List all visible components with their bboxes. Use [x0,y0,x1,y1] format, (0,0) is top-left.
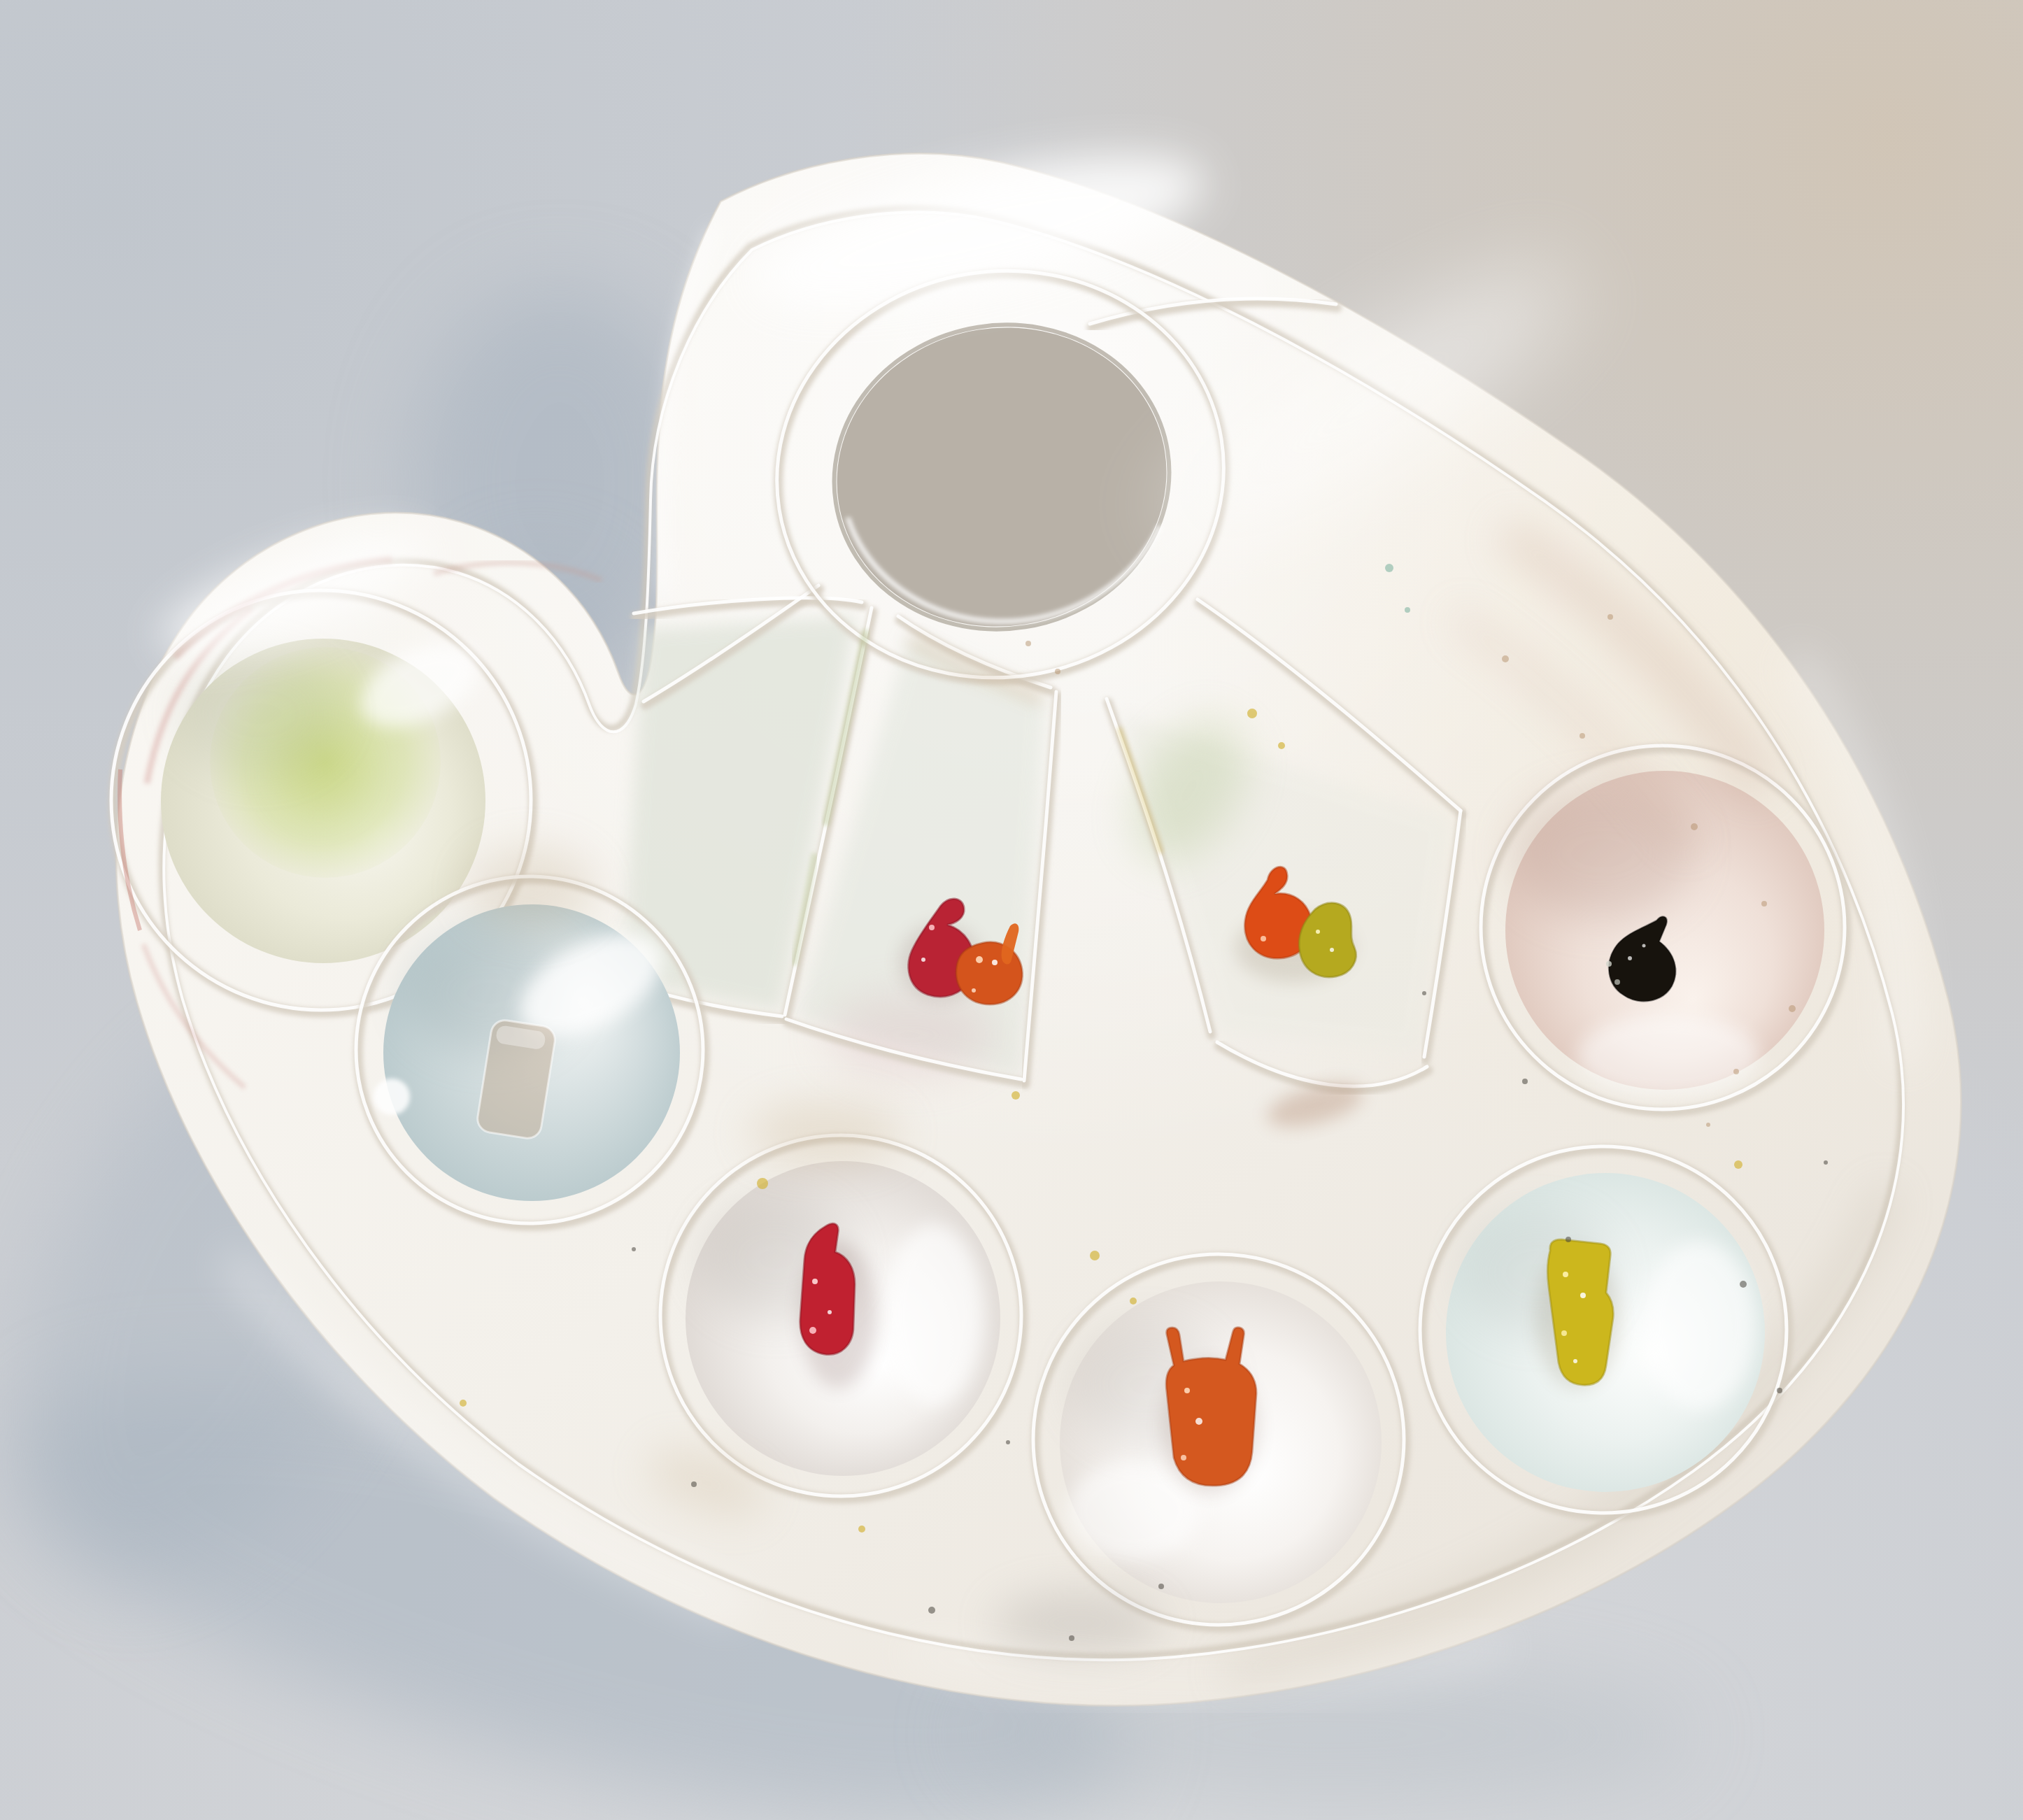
well-bottom-center-orange [1033,1254,1406,1628]
well-lower-right-yellow [1420,1146,1789,1516]
yellow-paint-dab [1535,1239,1619,1388]
palette-photograph [0,0,2023,1820]
photo-stage [0,0,2023,1820]
well-lower-left-red [660,1135,1023,1499]
